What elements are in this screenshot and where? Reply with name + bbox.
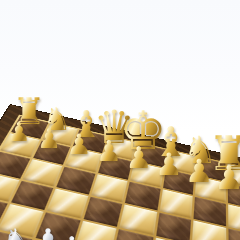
gold-pawn: ♟ xyxy=(155,149,183,180)
gold-pawn: ♟ xyxy=(214,161,240,194)
gold-pawn: ♟ xyxy=(7,119,30,145)
silver-pawn: ♟ xyxy=(59,233,86,240)
gold-pawn: ♟ xyxy=(126,143,153,173)
chess-set-product-photo: ♜♞♝♛♚♝♞♜♟♟♟♟♟♟♟♟♞♟♟ xyxy=(0,0,240,240)
silver-knight: ♞ xyxy=(3,225,30,240)
gold-pawn: ♟ xyxy=(37,125,61,152)
pieces-layer: ♜♞♝♛♚♝♞♜♟♟♟♟♟♟♟♟♞♟♟ xyxy=(0,0,240,240)
gold-pawn: ♟ xyxy=(66,131,91,159)
gold-pawn: ♟ xyxy=(185,155,214,187)
gold-pawn: ♟ xyxy=(96,137,122,166)
